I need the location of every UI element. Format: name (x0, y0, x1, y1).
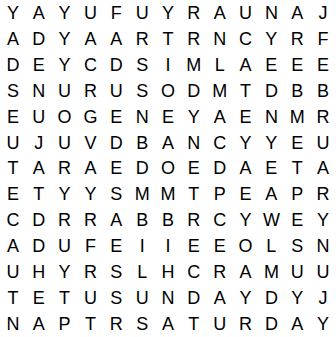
grid-cell[interactable]: S (129, 52, 155, 78)
grid-cell[interactable]: A (103, 207, 129, 233)
grid-cell[interactable]: P (207, 181, 233, 207)
grid-cell[interactable]: D (103, 52, 129, 78)
grid-cell[interactable]: M (155, 181, 181, 207)
grid-cell[interactable]: U (129, 285, 155, 311)
grid-cell[interactable]: N (0, 311, 26, 337)
grid-cell[interactable]: C (78, 52, 104, 78)
grid-cell[interactable]: D (26, 207, 52, 233)
grid-cell[interactable]: G (78, 104, 104, 130)
grid-cell[interactable]: E (284, 52, 310, 78)
grid-cell[interactable]: N (310, 233, 336, 259)
grid-cell[interactable]: A (78, 156, 104, 182)
grid-cell[interactable]: R (284, 26, 310, 52)
grid-cell[interactable]: D (129, 156, 155, 182)
grid-cell[interactable]: E (0, 104, 26, 130)
grid-cell[interactable]: R (78, 78, 104, 104)
grid-cell[interactable]: B (284, 78, 310, 104)
grid-cell[interactable]: N (155, 285, 181, 311)
grid-cell[interactable]: Y (258, 26, 284, 52)
grid-cell[interactable]: I (155, 52, 181, 78)
grid-cell[interactable]: N (207, 26, 233, 52)
grid-cell[interactable]: R (78, 207, 104, 233)
grid-cell[interactable]: E (310, 52, 336, 78)
grid-cell[interactable]: Y (233, 285, 259, 311)
grid-cell[interactable]: O (233, 233, 259, 259)
grid-cell[interactable]: J (310, 285, 336, 311)
grid-cell[interactable]: L (207, 52, 233, 78)
grid-cell[interactable]: R (207, 259, 233, 285)
grid-cell[interactable]: O (52, 104, 78, 130)
grid-cell[interactable]: B (129, 130, 155, 156)
grid-cell[interactable]: U (129, 0, 155, 26)
grid-cell[interactable]: Y (155, 0, 181, 26)
grid-cell[interactable]: W (258, 207, 284, 233)
grid-cell[interactable]: A (78, 26, 104, 52)
word-search-grid: YAYUFUYRAUNAJADYAARTRNCYRFDEYCDSIMLAEEES… (0, 0, 336, 337)
grid-cell[interactable]: E (258, 52, 284, 78)
grid-cell[interactable]: O (155, 78, 181, 104)
grid-cell[interactable]: R (103, 311, 129, 337)
grid-cell[interactable]: F (103, 0, 129, 26)
grid-cell[interactable]: T (181, 311, 207, 337)
grid-cell[interactable]: U (52, 78, 78, 104)
grid-cell[interactable]: U (284, 259, 310, 285)
grid-cell[interactable]: E (207, 233, 233, 259)
grid-cell[interactable]: B (310, 78, 336, 104)
grid-cell[interactable]: B (129, 207, 155, 233)
grid-cell[interactable]: N (181, 130, 207, 156)
grid-cell[interactable]: T (26, 181, 52, 207)
grid-cell[interactable]: A (233, 259, 259, 285)
grid-cell[interactable]: A (233, 52, 259, 78)
grid-cell[interactable]: A (26, 0, 52, 26)
grid-cell[interactable]: S (284, 233, 310, 259)
grid-cell[interactable]: E (26, 285, 52, 311)
grid-cell[interactable]: T (0, 156, 26, 182)
grid-cell[interactable]: H (155, 259, 181, 285)
grid-cell[interactable]: U (310, 130, 336, 156)
grid-cell[interactable]: E (103, 156, 129, 182)
grid-cell[interactable]: Y (233, 130, 259, 156)
grid-cell[interactable]: S (103, 181, 129, 207)
grid-cell[interactable]: M (207, 78, 233, 104)
grid-cell[interactable]: D (0, 52, 26, 78)
grid-cell[interactable]: Y (233, 207, 259, 233)
grid-cell[interactable]: U (103, 78, 129, 104)
grid-cell[interactable]: D (26, 26, 52, 52)
grid-cell[interactable]: Y (52, 52, 78, 78)
grid-cell[interactable]: U (52, 130, 78, 156)
grid-cell[interactable]: S (103, 259, 129, 285)
grid-cell[interactable]: R (52, 156, 78, 182)
grid-cell[interactable]: R (310, 104, 336, 130)
grid-cell[interactable]: D (207, 156, 233, 182)
grid-cell[interactable]: A (233, 156, 259, 182)
grid-cell[interactable]: A (310, 156, 336, 182)
grid-cell[interactable]: N (258, 104, 284, 130)
grid-cell[interactable]: A (258, 181, 284, 207)
grid-cell[interactable]: E (26, 52, 52, 78)
grid-cell[interactable]: Y (0, 0, 26, 26)
grid-cell[interactable]: E (103, 104, 129, 130)
grid-cell[interactable]: Y (78, 181, 104, 207)
grid-cell[interactable]: R (52, 207, 78, 233)
grid-cell[interactable]: E (103, 233, 129, 259)
grid-cell[interactable]: R (181, 26, 207, 52)
grid-cell[interactable]: Y (181, 104, 207, 130)
grid-cell[interactable]: J (310, 0, 336, 26)
grid-cell[interactable]: Y (258, 130, 284, 156)
grid-cell[interactable]: F (310, 26, 336, 52)
grid-cell[interactable]: A (0, 233, 26, 259)
grid-cell[interactable]: D (258, 78, 284, 104)
grid-cell[interactable]: L (258, 233, 284, 259)
grid-cell[interactable]: F (78, 233, 104, 259)
grid-cell[interactable]: N (258, 0, 284, 26)
grid-cell[interactable]: T (181, 181, 207, 207)
grid-cell[interactable]: E (284, 207, 310, 233)
grid-cell[interactable]: D (258, 285, 284, 311)
grid-cell[interactable]: E (155, 104, 181, 130)
grid-cell[interactable]: D (181, 78, 207, 104)
grid-cell[interactable]: E (233, 181, 259, 207)
grid-cell[interactable]: S (129, 311, 155, 337)
grid-cell[interactable]: R (233, 311, 259, 337)
grid-cell[interactable]: Y (52, 259, 78, 285)
grid-cell[interactable]: T (155, 26, 181, 52)
grid-cell[interactable]: P (284, 181, 310, 207)
grid-cell[interactable]: J (26, 130, 52, 156)
grid-cell[interactable]: D (258, 311, 284, 337)
grid-cell[interactable]: U (78, 285, 104, 311)
grid-cell[interactable]: T (0, 285, 26, 311)
grid-cell[interactable]: R (78, 259, 104, 285)
grid-cell[interactable]: T (284, 156, 310, 182)
grid-cell[interactable]: Y (52, 181, 78, 207)
grid-cell[interactable]: L (129, 259, 155, 285)
grid-cell[interactable]: D (181, 285, 207, 311)
grid-cell[interactable]: E (181, 233, 207, 259)
grid-cell[interactable]: M (129, 181, 155, 207)
grid-cell[interactable]: T (233, 78, 259, 104)
grid-cell[interactable]: A (207, 104, 233, 130)
grid-cell[interactable]: N (129, 104, 155, 130)
grid-cell[interactable]: M (181, 52, 207, 78)
grid-cell[interactable]: O (155, 156, 181, 182)
grid-cell[interactable]: R (181, 0, 207, 26)
grid-cell[interactable]: U (52, 233, 78, 259)
grid-cell[interactable]: A (155, 311, 181, 337)
grid-cell[interactable]: V (78, 130, 104, 156)
grid-cell[interactable]: M (284, 104, 310, 130)
grid-cell[interactable]: I (129, 233, 155, 259)
grid-cell[interactable]: U (233, 0, 259, 26)
grid-cell[interactable]: A (155, 130, 181, 156)
grid-cell[interactable]: C (207, 207, 233, 233)
grid-cell[interactable]: R (310, 181, 336, 207)
grid-cell[interactable]: Y (310, 311, 336, 337)
grid-cell[interactable]: T (52, 285, 78, 311)
grid-cell[interactable]: T (78, 311, 104, 337)
grid-cell[interactable]: U (310, 259, 336, 285)
grid-cell[interactable]: H (26, 259, 52, 285)
grid-cell[interactable]: A (103, 26, 129, 52)
grid-cell[interactable]: S (129, 78, 155, 104)
grid-cell[interactable]: A (207, 0, 233, 26)
grid-cell[interactable]: C (233, 26, 259, 52)
grid-cell[interactable]: M (258, 259, 284, 285)
grid-cell[interactable]: E (258, 156, 284, 182)
grid-cell[interactable]: D (26, 233, 52, 259)
grid-cell[interactable]: Y (52, 0, 78, 26)
grid-cell[interactable]: U (78, 0, 104, 26)
grid-cell[interactable]: B (155, 207, 181, 233)
grid-cell[interactable]: C (181, 259, 207, 285)
grid-cell[interactable]: A (26, 156, 52, 182)
grid-cell[interactable]: E (284, 130, 310, 156)
grid-cell[interactable]: U (26, 104, 52, 130)
grid-cell[interactable]: Y (52, 26, 78, 52)
grid-cell[interactable]: A (26, 311, 52, 337)
grid-cell[interactable]: S (103, 285, 129, 311)
grid-cell[interactable]: I (155, 233, 181, 259)
grid-cell[interactable]: U (207, 311, 233, 337)
grid-cell[interactable]: P (52, 311, 78, 337)
grid-cell[interactable]: R (129, 26, 155, 52)
grid-cell[interactable]: E (0, 181, 26, 207)
grid-cell[interactable]: C (207, 130, 233, 156)
grid-cell[interactable]: S (0, 78, 26, 104)
grid-cell[interactable]: R (181, 207, 207, 233)
grid-cell[interactable]: E (181, 156, 207, 182)
grid-cell[interactable]: A (284, 311, 310, 337)
grid-cell[interactable]: E (233, 104, 259, 130)
grid-cell[interactable]: C (0, 207, 26, 233)
grid-cell[interactable]: A (0, 26, 26, 52)
grid-cell[interactable]: N (26, 78, 52, 104)
grid-cell[interactable]: Y (284, 285, 310, 311)
grid-cell[interactable]: U (0, 259, 26, 285)
grid-cell[interactable]: U (0, 130, 26, 156)
grid-cell[interactable]: Y (310, 207, 336, 233)
grid-cell[interactable]: A (284, 0, 310, 26)
grid-cell[interactable]: D (103, 130, 129, 156)
grid-cell[interactable]: A (207, 285, 233, 311)
